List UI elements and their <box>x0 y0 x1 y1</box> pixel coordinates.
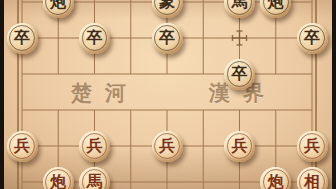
piece-red-pawn-f7r6[interactable]: 兵 <box>224 131 255 162</box>
piece-glyph: 兵 <box>87 138 103 154</box>
piece-glyph: 卒 <box>304 30 320 46</box>
letterbox-left <box>0 0 4 189</box>
piece-red-pawn-f3r6[interactable]: 兵 <box>79 131 110 162</box>
piece-glyph: 馬 <box>87 174 103 189</box>
piece-black-pawn-f9r3[interactable]: 卒 <box>297 23 328 54</box>
piece-red-pawn-f9r6[interactable]: 兵 <box>297 131 328 162</box>
piece-glyph: 炮 <box>50 0 66 10</box>
piece-red-pawn-f5r6[interactable]: 兵 <box>152 131 183 162</box>
piece-glyph: 兵 <box>159 138 175 154</box>
piece-glyph: 相 <box>304 174 320 189</box>
piece-glyph: 卒 <box>159 30 175 46</box>
piece-glyph: 炮 <box>268 174 284 189</box>
piece-glyph: 象 <box>159 0 175 10</box>
xiangqi-board[interactable]: 楚河 漢界 炮象馬炮卒卒卒卒卒兵兵兵兵兵炮馬炮相 <box>0 0 336 189</box>
river-text-left: 楚河 <box>45 79 165 107</box>
letterbox-right <box>332 0 336 189</box>
piece-glyph: 卒 <box>232 66 248 82</box>
piece-black-pawn-f1r3[interactable]: 卒 <box>7 23 38 54</box>
piece-glyph: 兵 <box>304 138 320 154</box>
piece-glyph: 兵 <box>232 138 248 154</box>
piece-glyph: 炮 <box>50 174 66 189</box>
piece-black-pawn-f5r3[interactable]: 卒 <box>152 23 183 54</box>
piece-glyph: 炮 <box>268 0 284 10</box>
piece-glyph: 馬 <box>232 0 248 10</box>
piece-black-pawn-f3r3[interactable]: 卒 <box>79 23 110 54</box>
piece-glyph: 卒 <box>14 30 30 46</box>
piece-glyph: 兵 <box>14 138 30 154</box>
piece-red-pawn-f1r6[interactable]: 兵 <box>7 131 38 162</box>
piece-black-pawn-advanced-f7r4[interactable]: 卒 <box>224 59 255 90</box>
piece-glyph: 卒 <box>87 30 103 46</box>
